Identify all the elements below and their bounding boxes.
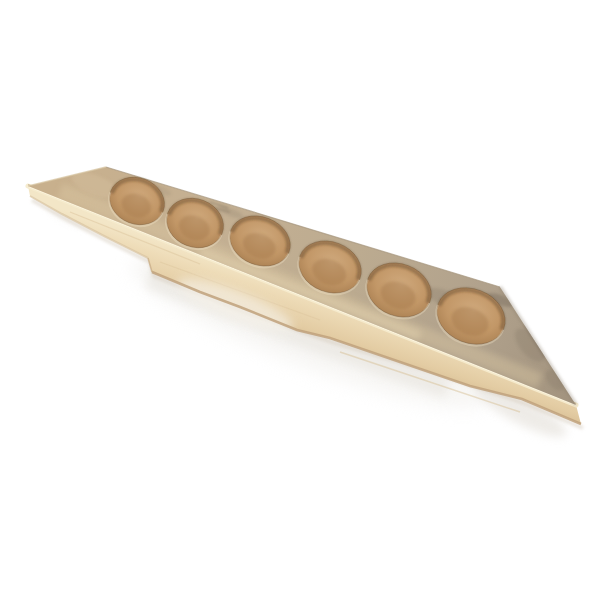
product-photo bbox=[0, 0, 600, 600]
mancala-board-photo bbox=[0, 0, 600, 600]
